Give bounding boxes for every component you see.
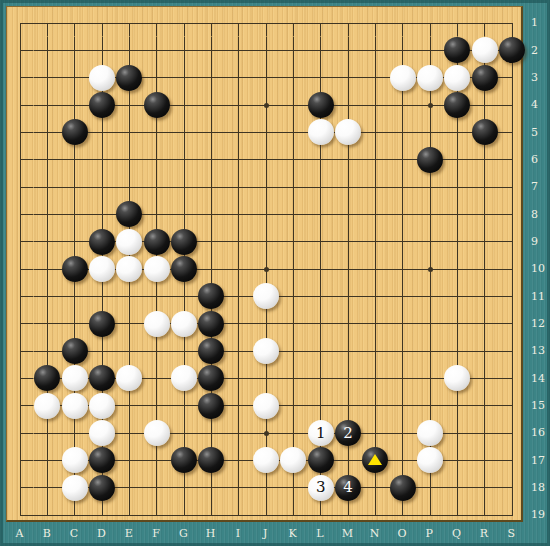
board-point-R13[interactable] [471,337,498,364]
board-point-Q12[interactable] [444,310,471,337]
board-point-D19[interactable] [88,501,115,528]
board-point-G18[interactable] [170,474,197,501]
board-point-K8[interactable] [280,201,307,228]
board-point-D10[interactable] [88,255,115,282]
board-point-P16[interactable] [416,419,443,446]
board-point-O1[interactable] [389,10,416,37]
board-point-Q5[interactable] [444,119,471,146]
board-point-R5[interactable] [471,119,498,146]
board-point-F18[interactable] [143,474,170,501]
board-point-S9[interactable] [498,228,525,255]
board-point-M15[interactable] [334,392,361,419]
board-point-G5[interactable] [170,119,197,146]
board-point-M2[interactable] [334,37,361,64]
board-point-F15[interactable] [143,392,170,419]
board-point-K17[interactable] [280,447,307,474]
board-point-M14[interactable] [334,365,361,392]
board-point-D8[interactable] [88,201,115,228]
board-point-S1[interactable] [498,10,525,37]
board-point-E3[interactable] [116,64,143,91]
board-point-S8[interactable] [498,201,525,228]
board-point-K19[interactable] [280,501,307,528]
board-point-C13[interactable] [61,337,88,364]
board-point-G3[interactable] [170,64,197,91]
board-point-O12[interactable] [389,310,416,337]
board-point-S15[interactable] [498,392,525,419]
board-point-Q2[interactable] [444,37,471,64]
board-point-Q18[interactable] [444,474,471,501]
board-point-I16[interactable] [225,419,252,446]
board-point-E11[interactable] [116,283,143,310]
board-point-J10[interactable] [252,255,279,282]
board-point-L5[interactable] [307,119,334,146]
board-point-E16[interactable] [116,419,143,446]
board-point-I7[interactable] [225,173,252,200]
board-point-N12[interactable] [362,310,389,337]
board-point-D18[interactable] [88,474,115,501]
board-point-E18[interactable] [116,474,143,501]
board-point-S7[interactable] [498,173,525,200]
board-point-R10[interactable] [471,255,498,282]
board-point-K15[interactable] [280,392,307,419]
board-point-H19[interactable] [198,501,225,528]
board-point-F9[interactable] [143,228,170,255]
board-point-A7[interactable] [7,173,34,200]
board-point-R18[interactable] [471,474,498,501]
board-point-F2[interactable] [143,37,170,64]
board-point-J2[interactable] [252,37,279,64]
board-point-R4[interactable] [471,91,498,118]
board-point-L12[interactable] [307,310,334,337]
board-point-M18[interactable]: 4 [334,474,361,501]
board-point-R14[interactable] [471,365,498,392]
board-point-I14[interactable] [225,365,252,392]
board-point-M13[interactable] [334,337,361,364]
board-point-C5[interactable] [61,119,88,146]
board-point-J17[interactable] [252,447,279,474]
board-point-G8[interactable] [170,201,197,228]
board-point-N3[interactable] [362,64,389,91]
board-point-O19[interactable] [389,501,416,528]
board-point-D7[interactable] [88,173,115,200]
board-point-B17[interactable] [34,447,61,474]
board-point-P14[interactable] [416,365,443,392]
board-point-R1[interactable] [471,10,498,37]
board-point-O16[interactable] [389,419,416,446]
board-point-A8[interactable] [7,201,34,228]
board-point-S2[interactable] [498,37,525,64]
board-point-A6[interactable] [7,146,34,173]
board-point-S16[interactable] [498,419,525,446]
board-point-J19[interactable] [252,501,279,528]
board-point-C6[interactable] [61,146,88,173]
board-point-M11[interactable] [334,283,361,310]
board-point-D15[interactable] [88,392,115,419]
board-point-B1[interactable] [34,10,61,37]
board-point-M7[interactable] [334,173,361,200]
board-point-E5[interactable] [116,119,143,146]
board-point-A9[interactable] [7,228,34,255]
board-point-O4[interactable] [389,91,416,118]
board-point-S17[interactable] [498,447,525,474]
board-point-P15[interactable] [416,392,443,419]
board-point-C2[interactable] [61,37,88,64]
board-point-O7[interactable] [389,173,416,200]
board-point-C9[interactable] [61,228,88,255]
board-point-H2[interactable] [198,37,225,64]
board-point-Q4[interactable] [444,91,471,118]
board-point-H11[interactable] [198,283,225,310]
board-point-J6[interactable] [252,146,279,173]
board-point-P13[interactable] [416,337,443,364]
board-point-O3[interactable] [389,64,416,91]
board-point-M8[interactable] [334,201,361,228]
board-point-A18[interactable] [7,474,34,501]
board-point-H1[interactable] [198,10,225,37]
board-point-G9[interactable] [170,228,197,255]
board-point-J18[interactable] [252,474,279,501]
board-point-I2[interactable] [225,37,252,64]
board-point-S10[interactable] [498,255,525,282]
board-point-B19[interactable] [34,501,61,528]
board-point-J12[interactable] [252,310,279,337]
board-point-I8[interactable] [225,201,252,228]
board-point-A16[interactable] [7,419,34,446]
board-point-H14[interactable] [198,365,225,392]
board-point-P12[interactable] [416,310,443,337]
board-point-L3[interactable] [307,64,334,91]
board-point-Q11[interactable] [444,283,471,310]
board-point-E13[interactable] [116,337,143,364]
board-point-G1[interactable] [170,10,197,37]
board-point-E9[interactable] [116,228,143,255]
board-point-P17[interactable] [416,447,443,474]
board-point-N5[interactable] [362,119,389,146]
board-point-I18[interactable] [225,474,252,501]
board-point-O15[interactable] [389,392,416,419]
board-point-J9[interactable] [252,228,279,255]
board-point-J14[interactable] [252,365,279,392]
board-point-F8[interactable] [143,201,170,228]
board-point-D3[interactable] [88,64,115,91]
board-point-Q16[interactable] [444,419,471,446]
board-point-D11[interactable] [88,283,115,310]
board-point-K4[interactable] [280,91,307,118]
board-point-L1[interactable] [307,10,334,37]
board-point-D4[interactable] [88,91,115,118]
board-point-I19[interactable] [225,501,252,528]
board-point-Q9[interactable] [444,228,471,255]
board-point-K11[interactable] [280,283,307,310]
board-point-F19[interactable] [143,501,170,528]
board-point-H5[interactable] [198,119,225,146]
board-point-J13[interactable] [252,337,279,364]
board-point-F11[interactable] [143,283,170,310]
board-point-R9[interactable] [471,228,498,255]
board-point-C8[interactable] [61,201,88,228]
board-point-S3[interactable] [498,64,525,91]
board-point-R15[interactable] [471,392,498,419]
board-point-J5[interactable] [252,119,279,146]
board-point-I15[interactable] [225,392,252,419]
board-point-D2[interactable] [88,37,115,64]
board-point-G16[interactable] [170,419,197,446]
board-point-A10[interactable] [7,255,34,282]
board-point-A5[interactable] [7,119,34,146]
board-point-G7[interactable] [170,173,197,200]
board-point-S11[interactable] [498,283,525,310]
board-point-K12[interactable] [280,310,307,337]
board-point-K6[interactable] [280,146,307,173]
board-point-F16[interactable] [143,419,170,446]
board-point-N7[interactable] [362,173,389,200]
board-point-P18[interactable] [416,474,443,501]
board-point-P1[interactable] [416,10,443,37]
board-point-F7[interactable] [143,173,170,200]
board-point-K3[interactable] [280,64,307,91]
board-point-N4[interactable] [362,91,389,118]
board-point-C4[interactable] [61,91,88,118]
board-point-P9[interactable] [416,228,443,255]
board-point-C15[interactable] [61,392,88,419]
board-point-D12[interactable] [88,310,115,337]
board-point-P11[interactable] [416,283,443,310]
board-point-J7[interactable] [252,173,279,200]
board-point-K2[interactable] [280,37,307,64]
board-point-K14[interactable] [280,365,307,392]
board-point-Q6[interactable] [444,146,471,173]
board-point-L11[interactable] [307,283,334,310]
board-point-D14[interactable] [88,365,115,392]
board-point-Q10[interactable] [444,255,471,282]
board-point-M19[interactable] [334,501,361,528]
board-point-G13[interactable] [170,337,197,364]
board-point-G2[interactable] [170,37,197,64]
board-point-Q7[interactable] [444,173,471,200]
board-point-E17[interactable] [116,447,143,474]
board-point-I3[interactable] [225,64,252,91]
board-point-F6[interactable] [143,146,170,173]
board-point-P19[interactable] [416,501,443,528]
board-point-E7[interactable] [116,173,143,200]
board-point-R3[interactable] [471,64,498,91]
board-point-F13[interactable] [143,337,170,364]
board-point-C14[interactable] [61,365,88,392]
board-point-H18[interactable] [198,474,225,501]
board-point-M1[interactable] [334,10,361,37]
board-point-I11[interactable] [225,283,252,310]
board-point-P8[interactable] [416,201,443,228]
board-point-L4[interactable] [307,91,334,118]
board-point-M3[interactable] [334,64,361,91]
board-point-Q13[interactable] [444,337,471,364]
board-point-H7[interactable] [198,173,225,200]
board-point-A11[interactable] [7,283,34,310]
board-point-N13[interactable] [362,337,389,364]
board-point-K16[interactable] [280,419,307,446]
board-point-B5[interactable] [34,119,61,146]
board-point-K13[interactable] [280,337,307,364]
board-point-E10[interactable] [116,255,143,282]
board-point-B4[interactable] [34,91,61,118]
board-point-A4[interactable] [7,91,34,118]
board-point-O18[interactable] [389,474,416,501]
board-point-N8[interactable] [362,201,389,228]
board-point-O6[interactable] [389,146,416,173]
board-point-H8[interactable] [198,201,225,228]
board-point-J8[interactable] [252,201,279,228]
board-point-N2[interactable] [362,37,389,64]
board-point-S6[interactable] [498,146,525,173]
board-point-N15[interactable] [362,392,389,419]
board-point-O9[interactable] [389,228,416,255]
board-point-M17[interactable] [334,447,361,474]
board-point-J3[interactable] [252,64,279,91]
board-point-C19[interactable] [61,501,88,528]
board-point-G11[interactable] [170,283,197,310]
board-point-C16[interactable] [61,419,88,446]
board-point-L18[interactable]: 3 [307,474,334,501]
board-point-O5[interactable] [389,119,416,146]
board-point-F3[interactable] [143,64,170,91]
board-point-F5[interactable] [143,119,170,146]
board-point-Q3[interactable] [444,64,471,91]
board-point-A17[interactable] [7,447,34,474]
board-point-B8[interactable] [34,201,61,228]
board-point-K5[interactable] [280,119,307,146]
board-point-D9[interactable] [88,228,115,255]
board-point-M10[interactable] [334,255,361,282]
board-point-P6[interactable] [416,146,443,173]
board-point-B13[interactable] [34,337,61,364]
board-point-B3[interactable] [34,64,61,91]
board-point-H6[interactable] [198,146,225,173]
board-point-G10[interactable] [170,255,197,282]
board-point-L7[interactable] [307,173,334,200]
board-point-A12[interactable] [7,310,34,337]
board-point-J15[interactable] [252,392,279,419]
board-point-N11[interactable] [362,283,389,310]
board-point-E4[interactable] [116,91,143,118]
board-point-A19[interactable] [7,501,34,528]
board-point-B18[interactable] [34,474,61,501]
board-point-N9[interactable] [362,228,389,255]
board-point-K7[interactable] [280,173,307,200]
board-point-F12[interactable] [143,310,170,337]
board-point-A14[interactable] [7,365,34,392]
board-point-I5[interactable] [225,119,252,146]
board-point-S18[interactable] [498,474,525,501]
board-point-M16[interactable]: 2 [334,419,361,446]
board-point-O2[interactable] [389,37,416,64]
board-point-M9[interactable] [334,228,361,255]
board-point-D16[interactable] [88,419,115,446]
board-point-O17[interactable] [389,447,416,474]
board-point-L17[interactable] [307,447,334,474]
board-point-N14[interactable] [362,365,389,392]
board-point-Q17[interactable] [444,447,471,474]
board-point-D13[interactable] [88,337,115,364]
board-point-R6[interactable] [471,146,498,173]
board-point-S4[interactable] [498,91,525,118]
board-point-N10[interactable] [362,255,389,282]
board-point-E6[interactable] [116,146,143,173]
board-point-J11[interactable] [252,283,279,310]
board-point-F1[interactable] [143,10,170,37]
board-point-E2[interactable] [116,37,143,64]
board-point-G14[interactable] [170,365,197,392]
board-point-L13[interactable] [307,337,334,364]
board-point-H9[interactable] [198,228,225,255]
board-point-I6[interactable] [225,146,252,173]
board-point-H10[interactable] [198,255,225,282]
board-point-L16[interactable]: 1 [307,419,334,446]
board-point-H15[interactable] [198,392,225,419]
board-point-L10[interactable] [307,255,334,282]
board-point-R12[interactable] [471,310,498,337]
board-point-L6[interactable] [307,146,334,173]
board-point-H3[interactable] [198,64,225,91]
board-point-B15[interactable] [34,392,61,419]
board-point-N1[interactable] [362,10,389,37]
board-point-A13[interactable] [7,337,34,364]
board-point-F4[interactable] [143,91,170,118]
board-point-N19[interactable] [362,501,389,528]
board-point-F14[interactable] [143,365,170,392]
board-point-A15[interactable] [7,392,34,419]
board-point-C3[interactable] [61,64,88,91]
board-point-J4[interactable] [252,91,279,118]
board-point-P10[interactable] [416,255,443,282]
board-point-B2[interactable] [34,37,61,64]
board-point-G12[interactable] [170,310,197,337]
board-point-Q8[interactable] [444,201,471,228]
board-point-I17[interactable] [225,447,252,474]
board-point-B16[interactable] [34,419,61,446]
board-point-I10[interactable] [225,255,252,282]
board-point-B7[interactable] [34,173,61,200]
board-point-S13[interactable] [498,337,525,364]
board-point-G6[interactable] [170,146,197,173]
board-point-B14[interactable] [34,365,61,392]
board-point-L19[interactable] [307,501,334,528]
board-point-I4[interactable] [225,91,252,118]
board-point-E8[interactable] [116,201,143,228]
board-point-H17[interactable] [198,447,225,474]
board-point-H13[interactable] [198,337,225,364]
board-point-K10[interactable] [280,255,307,282]
board-point-C10[interactable] [61,255,88,282]
board-point-R2[interactable] [471,37,498,64]
board-point-A2[interactable] [7,37,34,64]
board-point-N18[interactable] [362,474,389,501]
board-point-B12[interactable] [34,310,61,337]
board-point-R7[interactable] [471,173,498,200]
board-point-O10[interactable] [389,255,416,282]
board-point-E1[interactable] [116,10,143,37]
board-point-N17[interactable] [362,447,389,474]
board-point-F10[interactable] [143,255,170,282]
board-point-O8[interactable] [389,201,416,228]
board-point-S19[interactable] [498,501,525,528]
board-point-E12[interactable] [116,310,143,337]
board-point-D17[interactable] [88,447,115,474]
board-point-H12[interactable] [198,310,225,337]
board-point-G15[interactable] [170,392,197,419]
board-point-N6[interactable] [362,146,389,173]
board-point-C12[interactable] [61,310,88,337]
board-point-P2[interactable] [416,37,443,64]
